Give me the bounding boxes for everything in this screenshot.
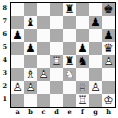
- black-knight-f4[interactable]: ♞: [76, 55, 89, 68]
- black-pawn-g7[interactable]: ♟: [89, 16, 102, 29]
- piece-outline-layer: ♙: [37, 68, 50, 81]
- piece-glyph: ♟: [11, 29, 24, 42]
- piece-outline-layer: ♘: [63, 68, 76, 81]
- square-c2[interactable]: [37, 81, 50, 94]
- piece-glyph: ♟: [89, 16, 102, 29]
- square-c6[interactable]: [37, 29, 50, 42]
- square-d8[interactable]: [50, 3, 63, 16]
- chess-diagram: 87654321 ♜♚♝♟♟♟♟♟♛♜♖♜♞♟♙♝♗♟♙♞♘♟♙♟♙♛♕♟♙♜♖…: [0, 0, 118, 118]
- square-g7[interactable]: ♟: [89, 16, 102, 29]
- square-a5[interactable]: [11, 42, 24, 55]
- white-pawn-c3[interactable]: ♟♙: [37, 68, 50, 81]
- white-rook-f1[interactable]: ♜♖: [76, 94, 89, 107]
- piece-glyph: ♚: [102, 3, 115, 16]
- square-h4[interactable]: ♟♙: [102, 55, 115, 68]
- square-e8[interactable]: ♜: [63, 3, 76, 16]
- piece-outline-layer: ♙: [89, 81, 102, 94]
- file-labels: abcdefgh: [11, 107, 115, 117]
- square-c5[interactable]: [37, 42, 50, 55]
- square-a4[interactable]: [11, 55, 24, 68]
- file-label-a: a: [11, 107, 24, 117]
- piece-outline-layer: ♖: [50, 55, 63, 68]
- chess-board: ♜♚♝♟♟♟♟♟♛♜♖♜♞♟♙♝♗♟♙♞♘♟♙♟♙♛♕♟♙♜♖♚♔: [10, 2, 116, 108]
- file-label-c: c: [37, 107, 50, 117]
- square-d2[interactable]: [50, 81, 63, 94]
- square-g1[interactable]: [89, 94, 102, 107]
- white-rook-d4[interactable]: ♜♖: [50, 55, 63, 68]
- file-label-d: d: [50, 107, 63, 117]
- square-a8[interactable]: [11, 3, 24, 16]
- rank-label-7: 7: [0, 15, 9, 28]
- rank-label-4: 4: [0, 54, 9, 67]
- rank-label-5: 5: [0, 41, 9, 54]
- square-e7[interactable]: [63, 16, 76, 29]
- file-label-e: e: [63, 107, 76, 117]
- square-d7[interactable]: [50, 16, 63, 29]
- square-a1[interactable]: [11, 94, 24, 107]
- rank-label-3: 3: [0, 67, 9, 80]
- square-a2[interactable]: ♟♙: [11, 81, 24, 94]
- white-pawn-g2[interactable]: ♟♙: [89, 81, 102, 94]
- square-e1[interactable]: [63, 94, 76, 107]
- piece-outline-layer: ♔: [102, 94, 115, 107]
- square-f4[interactable]: ♞: [76, 55, 89, 68]
- black-king-h8[interactable]: ♚: [102, 3, 115, 16]
- square-d1[interactable]: [50, 94, 63, 107]
- square-e3[interactable]: ♞♘: [63, 68, 76, 81]
- rank-label-2: 2: [0, 80, 9, 93]
- square-c3[interactable]: ♟♙: [37, 68, 50, 81]
- piece-glyph: ♝: [24, 16, 37, 29]
- square-g6[interactable]: [89, 29, 102, 42]
- file-label-h: h: [102, 107, 115, 117]
- square-d6[interactable]: [50, 29, 63, 42]
- white-pawn-h4[interactable]: ♟♙: [102, 55, 115, 68]
- rank-labels: 87654321: [0, 2, 9, 106]
- piece-outline-layer: ♙: [102, 55, 115, 68]
- rank-label-6: 6: [0, 28, 9, 41]
- square-d4[interactable]: ♜♖: [50, 55, 63, 68]
- square-c7[interactable]: [37, 16, 50, 29]
- square-g5[interactable]: [89, 42, 102, 55]
- rank-label-1: 1: [0, 93, 9, 106]
- piece-glyph: ♞: [76, 55, 89, 68]
- square-f1[interactable]: ♜♖: [76, 94, 89, 107]
- white-pawn-a2[interactable]: ♟♙: [11, 81, 24, 94]
- file-label-g: g: [89, 107, 102, 117]
- piece-outline-layer: ♙: [24, 81, 37, 94]
- piece-outline-layer: ♙: [11, 81, 24, 94]
- piece-glyph: ♜: [63, 3, 76, 16]
- square-h1[interactable]: ♚♔: [102, 94, 115, 107]
- white-king-h1[interactable]: ♚♔: [102, 94, 115, 107]
- square-f7[interactable]: [76, 16, 89, 29]
- square-b1[interactable]: [24, 94, 37, 107]
- square-g2[interactable]: ♟♙: [89, 81, 102, 94]
- file-label-b: b: [24, 107, 37, 117]
- black-pawn-b5[interactable]: ♟: [24, 42, 37, 55]
- black-pawn-a6[interactable]: ♟: [11, 29, 24, 42]
- white-pawn-b2[interactable]: ♟♙: [24, 81, 37, 94]
- square-f8[interactable]: [76, 3, 89, 16]
- file-label-f: f: [76, 107, 89, 117]
- black-rook-e8[interactable]: ♜: [63, 3, 76, 16]
- square-a6[interactable]: ♟: [11, 29, 24, 42]
- rank-label-8: 8: [0, 2, 9, 15]
- square-b5[interactable]: ♟: [24, 42, 37, 55]
- square-e2[interactable]: [63, 81, 76, 94]
- square-b7[interactable]: ♝: [24, 16, 37, 29]
- square-b2[interactable]: ♟♙: [24, 81, 37, 94]
- square-e6[interactable]: [63, 29, 76, 42]
- square-h3[interactable]: [102, 68, 115, 81]
- piece-glyph: ♟: [24, 42, 37, 55]
- black-bishop-b7[interactable]: ♝: [24, 16, 37, 29]
- white-knight-e3[interactable]: ♞♘: [63, 68, 76, 81]
- square-c8[interactable]: [37, 3, 50, 16]
- square-g4[interactable]: [89, 55, 102, 68]
- square-c1[interactable]: [37, 94, 50, 107]
- square-d3[interactable]: [50, 68, 63, 81]
- square-h8[interactable]: ♚: [102, 3, 115, 16]
- piece-outline-layer: ♖: [76, 94, 89, 107]
